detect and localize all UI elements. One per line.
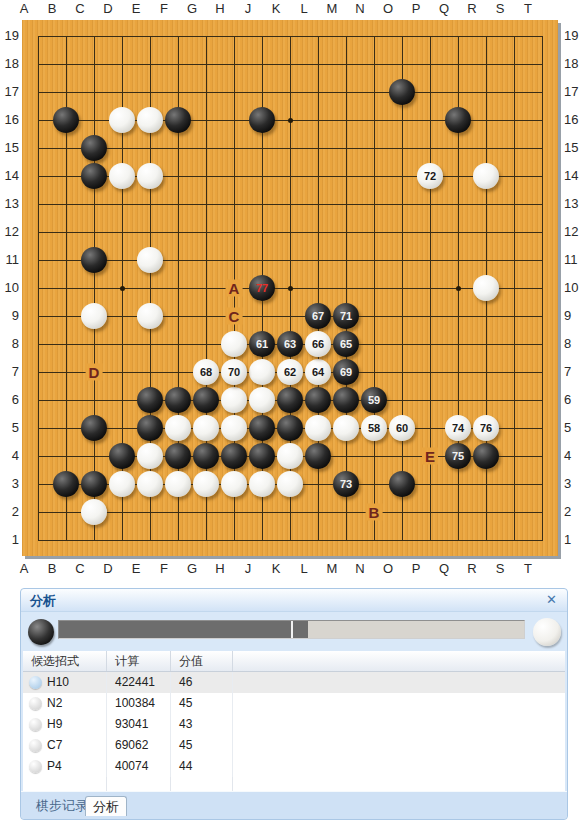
- candidate-label-H9: C: [226, 308, 243, 325]
- stone-E3: [137, 471, 163, 497]
- move-number: 77: [256, 282, 268, 294]
- grid-line: [38, 540, 543, 541]
- stone-K6: [277, 387, 303, 413]
- candidate-calc: 40074: [107, 756, 171, 777]
- stone-Q5: 74: [445, 415, 471, 441]
- move-number: 68: [200, 366, 212, 378]
- coord-label: 3: [564, 476, 586, 491]
- go-app-window: 7767716163656959737572687062646658607476…: [0, 0, 588, 827]
- coord-label: J: [234, 1, 262, 16]
- coord-label: B: [38, 1, 66, 16]
- coord-label: 13: [0, 196, 19, 211]
- stone-L8: 66: [305, 331, 331, 357]
- coord-label: F: [150, 561, 178, 576]
- coord-label: 18: [0, 56, 19, 71]
- analysis-panel-title: 分析: [30, 592, 56, 610]
- stone-Q4: 75: [445, 443, 471, 469]
- coord-label: J: [234, 561, 262, 576]
- coord-label: Q: [430, 561, 458, 576]
- star-point: [288, 118, 293, 123]
- stone-J8: 61: [249, 331, 275, 357]
- header-calculation: 计算: [107, 651, 171, 671]
- coord-label: G: [178, 1, 206, 16]
- stone-G6: [193, 387, 219, 413]
- coord-label: 19: [0, 28, 19, 43]
- stone-M8: 65: [333, 331, 359, 357]
- coord-label: 15: [0, 140, 19, 155]
- close-icon[interactable]: ✕: [546, 592, 557, 607]
- move-number: 63: [284, 338, 296, 350]
- coord-label: 1: [0, 532, 19, 547]
- coord-label: 2: [0, 504, 19, 519]
- candidate-score: 43: [171, 714, 233, 735]
- coord-label: 16: [0, 112, 19, 127]
- coord-label: C: [66, 561, 94, 576]
- winrate-slider[interactable]: [21, 612, 567, 651]
- stone-L9: 67: [305, 303, 331, 329]
- tab-analysis[interactable]: 分析: [85, 796, 127, 816]
- panel-tab-bar: 棋步记录 分析: [21, 791, 567, 819]
- stone-L5: [305, 415, 331, 441]
- grid-line: [514, 36, 515, 541]
- candidate-label-P4: E: [422, 448, 438, 465]
- move-number: 64: [312, 366, 324, 378]
- coord-label: A: [10, 561, 38, 576]
- move-number: 72: [424, 170, 436, 182]
- coord-label: 3: [0, 476, 19, 491]
- table-header-row: 候选招式 计算 分值: [23, 651, 565, 672]
- move-number: 67: [312, 310, 324, 322]
- stone-J7: [249, 359, 275, 385]
- stone-E5: [137, 415, 163, 441]
- white-stone-icon: [533, 618, 561, 646]
- stone-C15: [81, 135, 107, 161]
- move-number: 61: [256, 338, 268, 350]
- stone-K3: [277, 471, 303, 497]
- stone-E6: [137, 387, 163, 413]
- stone-R14: [473, 163, 499, 189]
- candidate-move: H9: [47, 717, 62, 731]
- stone-K8: 63: [277, 331, 303, 357]
- star-point: [456, 286, 461, 291]
- stone-G4: [193, 443, 219, 469]
- candidate-score: 44: [171, 756, 233, 777]
- coord-label: E: [122, 1, 150, 16]
- move-number: 75: [452, 450, 464, 462]
- move-number: 59: [368, 394, 380, 406]
- coord-label: L: [290, 561, 318, 576]
- grid-line: [542, 36, 543, 541]
- stone-M7: 69: [333, 359, 359, 385]
- stone-H3: [221, 471, 247, 497]
- coord-label: L: [290, 1, 318, 16]
- coord-label: 5: [0, 420, 19, 435]
- coord-label: B: [38, 561, 66, 576]
- move-number: 71: [340, 310, 352, 322]
- stone-J16: [249, 107, 275, 133]
- stone-R5: 76: [473, 415, 499, 441]
- coord-label: F: [150, 1, 178, 16]
- stone-D3: [109, 471, 135, 497]
- coord-label: 12: [564, 224, 586, 239]
- stone-C9: [81, 303, 107, 329]
- stone-J4: [249, 443, 275, 469]
- stone-C5: [81, 415, 107, 441]
- stone-M9: 71: [333, 303, 359, 329]
- candidate-move: N2: [47, 696, 62, 710]
- stone-E14: [137, 163, 163, 189]
- stone-L4: [305, 443, 331, 469]
- coord-label: C: [66, 1, 94, 16]
- grid-line: [38, 512, 543, 513]
- stone-E16: [137, 107, 163, 133]
- grid-line: [430, 36, 431, 541]
- candidate-stone-icon: [29, 676, 42, 689]
- coord-label: 10: [0, 280, 19, 295]
- winrate-center-tick: [291, 621, 293, 638]
- stone-O5: 60: [389, 415, 415, 441]
- stone-E9: [137, 303, 163, 329]
- stone-K4: [277, 443, 303, 469]
- coord-label: 9: [564, 308, 586, 323]
- move-number: 69: [340, 366, 352, 378]
- go-board[interactable]: 7767716163656959737572687062646658607476…: [22, 20, 558, 556]
- move-number: 74: [452, 422, 464, 434]
- stone-R4: [473, 443, 499, 469]
- stone-C14: [81, 163, 107, 189]
- candidate-score: 45: [171, 693, 233, 714]
- stone-F16: [165, 107, 191, 133]
- candidate-score: 45: [171, 735, 233, 756]
- coord-label: K: [262, 561, 290, 576]
- stone-H6: [221, 387, 247, 413]
- candidate-row-P4[interactable]: P44007444: [23, 756, 565, 777]
- coord-label: 9: [0, 308, 19, 323]
- stone-N6: 59: [361, 387, 387, 413]
- candidate-label-C7: D: [86, 364, 103, 381]
- move-number: 60: [396, 422, 408, 434]
- stone-L6: [305, 387, 331, 413]
- move-number: 66: [312, 338, 324, 350]
- coord-label: A: [10, 1, 38, 16]
- coord-label: R: [458, 1, 486, 16]
- coord-label: 7: [564, 364, 586, 379]
- coord-label: T: [514, 1, 542, 16]
- coord-label: H: [206, 1, 234, 16]
- coord-label: 11: [0, 252, 19, 267]
- table-body: H1042244146N210038445H99304143C76906245P…: [23, 672, 565, 777]
- stone-F3: [165, 471, 191, 497]
- stone-J10: 77: [249, 275, 275, 301]
- coord-label: M: [318, 1, 346, 16]
- black-stone-icon: [28, 619, 54, 645]
- stone-P14: 72: [417, 163, 443, 189]
- stone-G5: [193, 415, 219, 441]
- candidate-move: H10: [47, 675, 69, 689]
- coord-label: 13: [564, 196, 586, 211]
- move-number: 76: [480, 422, 492, 434]
- move-number: 58: [368, 422, 380, 434]
- stone-N5: 58: [361, 415, 387, 441]
- candidate-calc: 93041: [107, 714, 171, 735]
- stone-H7: 70: [221, 359, 247, 385]
- candidate-row-C7[interactable]: C76906245: [23, 735, 565, 756]
- stone-R10: [473, 275, 499, 301]
- coord-label: 14: [0, 168, 19, 183]
- coord-label: D: [94, 1, 122, 16]
- stone-M6: [333, 387, 359, 413]
- coord-label: N: [346, 1, 374, 16]
- candidate-label-N2: B: [366, 504, 383, 521]
- move-number: 70: [228, 366, 240, 378]
- coord-label: 18: [564, 56, 586, 71]
- coord-label: 6: [0, 392, 19, 407]
- candidate-score: 46: [171, 672, 233, 693]
- coord-label: T: [514, 561, 542, 576]
- analysis-panel: 分析 ✕ 候选招式 计算 分值 H1042244146N210038445H99…: [20, 588, 568, 820]
- coord-label: 12: [0, 224, 19, 239]
- stone-M5: [333, 415, 359, 441]
- stone-K7: 62: [277, 359, 303, 385]
- coord-label: Q: [430, 1, 458, 16]
- coord-label: 15: [564, 140, 586, 155]
- stone-C3: [81, 471, 107, 497]
- star-point: [288, 286, 293, 291]
- candidate-moves-table: 候选招式 计算 分值 H1042244146N210038445H9930414…: [23, 651, 565, 793]
- stone-G3: [193, 471, 219, 497]
- coord-label: G: [178, 561, 206, 576]
- stone-M3: 73: [333, 471, 359, 497]
- coord-label: 14: [564, 168, 586, 183]
- stone-E4: [137, 443, 163, 469]
- stone-J6: [249, 387, 275, 413]
- candidate-row-H9[interactable]: H99304143: [23, 714, 565, 735]
- stone-O3: [389, 471, 415, 497]
- star-point: [120, 286, 125, 291]
- move-number: 62: [284, 366, 296, 378]
- coord-label: 8: [564, 336, 586, 351]
- candidate-move: P4: [47, 759, 62, 773]
- winrate-black-fill: [59, 621, 308, 638]
- analysis-panel-titlebar: 分析 ✕: [21, 589, 567, 612]
- coord-label: 7: [0, 364, 19, 379]
- stone-E11: [137, 247, 163, 273]
- candidate-stone-icon: [29, 718, 42, 731]
- coord-label: 17: [564, 84, 586, 99]
- header-score: 分值: [171, 651, 233, 671]
- coord-label: 10: [564, 280, 586, 295]
- header-candidate-move: 候选招式: [23, 651, 107, 671]
- stone-F6: [165, 387, 191, 413]
- candidate-calc: 100384: [107, 693, 171, 714]
- coord-label: R: [458, 561, 486, 576]
- coord-label: S: [486, 1, 514, 16]
- winrate-bar[interactable]: [58, 620, 525, 639]
- stone-F4: [165, 443, 191, 469]
- candidate-stone-icon: [29, 739, 42, 752]
- coord-label: H: [206, 561, 234, 576]
- coord-label: 2: [564, 504, 586, 519]
- move-number: 73: [340, 478, 352, 490]
- coord-label: P: [402, 1, 430, 16]
- coord-label: M: [318, 561, 346, 576]
- stone-B16: [53, 107, 79, 133]
- stone-G7: 68: [193, 359, 219, 385]
- coord-label: K: [262, 1, 290, 16]
- coord-label: D: [94, 561, 122, 576]
- candidate-row-H10[interactable]: H1042244146: [23, 672, 565, 693]
- coord-label: 19: [564, 28, 586, 43]
- stone-F5: [165, 415, 191, 441]
- stone-B3: [53, 471, 79, 497]
- coord-label: 16: [564, 112, 586, 127]
- coord-label: 17: [0, 84, 19, 99]
- coord-label: E: [122, 561, 150, 576]
- stone-Q16: [445, 107, 471, 133]
- candidate-stone-icon: [29, 760, 42, 773]
- stone-H5: [221, 415, 247, 441]
- stone-O17: [389, 79, 415, 105]
- coord-label: P: [402, 561, 430, 576]
- grid-line: [346, 36, 347, 541]
- move-number: 65: [340, 338, 352, 350]
- candidate-row-N2[interactable]: N210038445: [23, 693, 565, 714]
- candidate-calc: 69062: [107, 735, 171, 756]
- stone-K5: [277, 415, 303, 441]
- stone-L7: 64: [305, 359, 331, 385]
- coord-label: 4: [564, 448, 586, 463]
- stone-D16: [109, 107, 135, 133]
- stone-C2: [81, 499, 107, 525]
- stone-D4: [109, 443, 135, 469]
- grid-line: [374, 36, 375, 541]
- coord-label: O: [374, 1, 402, 16]
- coord-label: S: [486, 561, 514, 576]
- candidate-label-H10: A: [226, 280, 243, 297]
- coord-label: 1: [564, 532, 586, 547]
- candidate-calc: 422441: [107, 672, 171, 693]
- coord-label: N: [346, 561, 374, 576]
- coord-label: 8: [0, 336, 19, 351]
- stone-J3: [249, 471, 275, 497]
- stone-C11: [81, 247, 107, 273]
- coord-label: 6: [564, 392, 586, 407]
- coord-label: O: [374, 561, 402, 576]
- coord-label: 5: [564, 420, 586, 435]
- stone-H8: [221, 331, 247, 357]
- stone-H4: [221, 443, 247, 469]
- coord-label: 11: [564, 252, 586, 267]
- coord-label: 4: [0, 448, 19, 463]
- candidate-stone-icon: [29, 697, 42, 710]
- stone-D14: [109, 163, 135, 189]
- candidate-move: C7: [47, 738, 62, 752]
- stone-J5: [249, 415, 275, 441]
- grid-line: [402, 36, 403, 541]
- grid-line: [38, 316, 543, 317]
